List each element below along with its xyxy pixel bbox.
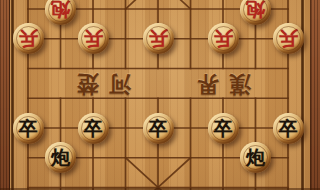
red-soldier-glyph: 兵 (273, 23, 304, 54)
piece-red-soldier[interactable]: 兵 (78, 23, 109, 54)
piece-black-soldier[interactable]: 卒 (13, 113, 44, 144)
piece-red-soldier[interactable]: 兵 (273, 23, 304, 54)
piece-red-soldier[interactable]: 兵 (208, 23, 239, 54)
piece-red-cannon[interactable]: 炮 (240, 0, 271, 25)
piece-red-soldier[interactable]: 兵 (13, 23, 44, 54)
river-label-han-jie: 界漢 (192, 70, 256, 98)
piece-black-cannon[interactable]: 炮 (45, 142, 76, 173)
piece-black-soldier[interactable]: 卒 (208, 113, 239, 144)
black-soldier-glyph: 卒 (273, 113, 304, 144)
red-soldier-glyph: 兵 (143, 23, 174, 54)
xiangqi-board: 楚河 界漢 炮炮兵兵兵兵兵卒卒卒卒卒炮炮 (0, 0, 320, 190)
piece-black-soldier[interactable]: 卒 (273, 113, 304, 144)
black-soldier-glyph: 卒 (143, 113, 174, 144)
piece-black-soldier[interactable]: 卒 (143, 113, 174, 144)
black-soldier-glyph: 卒 (13, 113, 44, 144)
piece-red-soldier[interactable]: 兵 (143, 23, 174, 54)
river-label-chu-he: 楚河 (72, 70, 136, 98)
black-cannon-glyph: 炮 (240, 142, 271, 173)
red-soldier-glyph: 兵 (208, 23, 239, 54)
black-cannon-glyph: 炮 (45, 142, 76, 173)
piece-black-cannon[interactable]: 炮 (240, 142, 271, 173)
red-cannon-glyph: 炮 (240, 0, 271, 25)
red-soldier-glyph: 兵 (13, 23, 44, 54)
piece-black-soldier[interactable]: 卒 (78, 113, 109, 144)
piece-red-cannon[interactable]: 炮 (45, 0, 76, 25)
red-soldier-glyph: 兵 (78, 23, 109, 54)
red-cannon-glyph: 炮 (45, 0, 76, 25)
black-soldier-glyph: 卒 (208, 113, 239, 144)
black-soldier-glyph: 卒 (78, 113, 109, 144)
